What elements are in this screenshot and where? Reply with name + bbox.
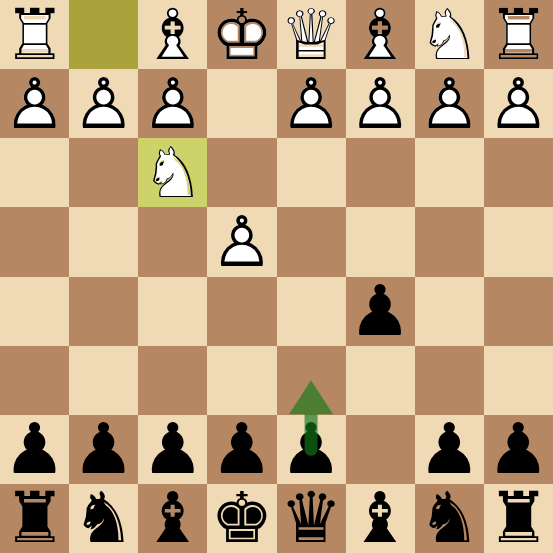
square-d2[interactable]: ♟♙ [277,69,346,138]
square-h7[interactable]: ♟ [0,415,69,484]
square-h4[interactable] [0,207,69,276]
queen-icon: ♛ [277,484,346,553]
square-e2[interactable] [207,69,276,138]
piece-black-bishop-c8[interactable]: ♝ [346,484,415,553]
square-e1[interactable]: ♚♔ [207,0,276,69]
square-h3[interactable] [0,138,69,207]
queen-outline-icon: ♕ [277,0,346,69]
rook-icon: ♜ [484,484,553,553]
pawn-outline-icon: ♙ [484,69,553,138]
piece-white-pawn-e4[interactable]: ♟♙ [207,207,276,276]
piece-white-rook-a1[interactable]: ♜♖ [484,0,553,69]
square-c6[interactable] [346,346,415,415]
square-d3[interactable] [277,138,346,207]
piece-black-rook-a8[interactable]: ♜ [484,484,553,553]
piece-black-rook-h8[interactable]: ♜ [0,484,69,553]
square-h1[interactable]: ♜♖ [0,0,69,69]
square-h5[interactable] [0,277,69,346]
piece-black-knight-b8[interactable]: ♞ [415,484,484,553]
square-b2[interactable]: ♟♙ [415,69,484,138]
pawn-icon: ♟ [0,415,69,484]
bishop-icon: ♝ [138,484,207,553]
board-squares: ♜♖♝♗♚♔♛♕♝♗♞♘♜♖♟♙♟♙♟♙♟♙♟♙♟♙♟♙♞♘♟♙♟♟♟♟♟♟♟♟… [0,0,553,553]
square-e8[interactable]: ♚ [207,484,276,553]
square-d1[interactable]: ♛♕ [277,0,346,69]
pawn-icon: ♟ [346,277,415,346]
square-f8[interactable]: ♝ [138,484,207,553]
pawn-outline-icon: ♙ [0,69,69,138]
pawn-icon: ♟ [69,415,138,484]
square-h2[interactable]: ♟♙ [0,69,69,138]
square-d8[interactable]: ♛ [277,484,346,553]
rook-outline-icon: ♖ [0,0,69,69]
square-c1[interactable]: ♝♗ [346,0,415,69]
piece-black-queen-d8[interactable]: ♛ [277,484,346,553]
square-h8[interactable]: ♜ [0,484,69,553]
piece-white-knight-f3[interactable]: ♞♘ [138,138,207,207]
square-e4[interactable]: ♟♙ [207,207,276,276]
square-b5[interactable] [415,277,484,346]
pawn-outline-icon: ♙ [138,69,207,138]
bishop-icon: ♝ [346,484,415,553]
square-b6[interactable] [415,346,484,415]
knight-icon: ♞ [69,484,138,553]
square-g3[interactable] [69,138,138,207]
square-a1[interactable]: ♜♖ [484,0,553,69]
pawn-icon: ♟ [207,415,276,484]
piece-white-rook-h1[interactable]: ♜♖ [0,0,69,69]
piece-white-pawn-b2[interactable]: ♟♙ [415,69,484,138]
pawn-outline-icon: ♙ [207,207,276,276]
piece-black-pawn-h7[interactable]: ♟ [0,415,69,484]
square-g1[interactable] [69,0,138,69]
square-c4[interactable] [346,207,415,276]
square-a4[interactable] [484,207,553,276]
square-b8[interactable]: ♞ [415,484,484,553]
piece-black-pawn-a7[interactable]: ♟ [484,415,553,484]
square-b4[interactable] [415,207,484,276]
pawn-outline-icon: ♙ [277,69,346,138]
square-c3[interactable] [346,138,415,207]
square-e6[interactable] [207,346,276,415]
square-c5[interactable]: ♟ [346,277,415,346]
square-a6[interactable] [484,346,553,415]
square-a3[interactable] [484,138,553,207]
square-g2[interactable]: ♟♙ [69,69,138,138]
piece-white-king-e1[interactable]: ♚♔ [207,0,276,69]
rook-outline-icon: ♖ [484,0,553,69]
square-a7[interactable]: ♟ [484,415,553,484]
square-f5[interactable] [138,277,207,346]
square-e5[interactable] [207,277,276,346]
pawn-icon: ♟ [277,415,346,484]
square-h6[interactable] [0,346,69,415]
piece-white-knight-b1[interactable]: ♞♘ [415,0,484,69]
piece-white-bishop-c1[interactable]: ♝♗ [346,0,415,69]
square-a2[interactable]: ♟♙ [484,69,553,138]
square-d4[interactable] [277,207,346,276]
piece-white-pawn-g2[interactable]: ♟♙ [69,69,138,138]
pawn-outline-icon: ♙ [415,69,484,138]
square-c8[interactable]: ♝ [346,484,415,553]
piece-white-pawn-a2[interactable]: ♟♙ [484,69,553,138]
square-d6[interactable] [277,346,346,415]
square-g4[interactable] [69,207,138,276]
square-f7[interactable]: ♟ [138,415,207,484]
knight-icon: ♞ [415,484,484,553]
square-b3[interactable] [415,138,484,207]
square-e7[interactable]: ♟ [207,415,276,484]
pawn-outline-icon: ♙ [69,69,138,138]
piece-black-pawn-e7[interactable]: ♟ [207,415,276,484]
pawn-outline-icon: ♙ [346,69,415,138]
square-d5[interactable] [277,277,346,346]
square-f6[interactable] [138,346,207,415]
square-c2[interactable]: ♟♙ [346,69,415,138]
square-g5[interactable] [69,277,138,346]
square-f1[interactable]: ♝♗ [138,0,207,69]
square-f2[interactable]: ♟♙ [138,69,207,138]
piece-black-king-e8[interactable]: ♚ [207,484,276,553]
piece-black-pawn-d7[interactable]: ♟ [277,415,346,484]
square-a8[interactable]: ♜ [484,484,553,553]
square-f4[interactable] [138,207,207,276]
king-icon: ♚ [207,484,276,553]
piece-white-pawn-c2[interactable]: ♟♙ [346,69,415,138]
square-b1[interactable]: ♞♘ [415,0,484,69]
piece-white-pawn-h2[interactable]: ♟♙ [0,69,69,138]
square-a5[interactable] [484,277,553,346]
piece-black-pawn-g7[interactable]: ♟ [69,415,138,484]
pawn-icon: ♟ [415,415,484,484]
piece-black-knight-g8[interactable]: ♞ [69,484,138,553]
piece-white-bishop-f1[interactable]: ♝♗ [138,0,207,69]
piece-black-bishop-f8[interactable]: ♝ [138,484,207,553]
knight-outline-icon: ♘ [415,0,484,69]
square-g8[interactable]: ♞ [69,484,138,553]
piece-black-pawn-f7[interactable]: ♟ [138,415,207,484]
rook-icon: ♜ [0,484,69,553]
bishop-outline-icon: ♗ [346,0,415,69]
square-g7[interactable]: ♟ [69,415,138,484]
piece-white-pawn-f2[interactable]: ♟♙ [138,69,207,138]
square-d7[interactable]: ♟ [277,415,346,484]
square-e3[interactable] [207,138,276,207]
knight-outline-icon: ♘ [138,138,207,207]
bishop-outline-icon: ♗ [138,0,207,69]
square-c7[interactable] [346,415,415,484]
square-b7[interactable]: ♟ [415,415,484,484]
pawn-icon: ♟ [138,415,207,484]
piece-white-pawn-d2[interactable]: ♟♙ [277,69,346,138]
pawn-icon: ♟ [484,415,553,484]
piece-black-pawn-b7[interactable]: ♟ [415,415,484,484]
square-g6[interactable] [69,346,138,415]
chess-board[interactable]: ♜♖♝♗♚♔♛♕♝♗♞♘♜♖♟♙♟♙♟♙♟♙♟♙♟♙♟♙♞♘♟♙♟♟♟♟♟♟♟♟… [0,0,553,553]
piece-white-queen-d1[interactable]: ♛♕ [277,0,346,69]
piece-black-pawn-c5[interactable]: ♟ [346,277,415,346]
square-f3[interactable]: ♞♘ [138,138,207,207]
king-outline-icon: ♔ [207,0,276,69]
